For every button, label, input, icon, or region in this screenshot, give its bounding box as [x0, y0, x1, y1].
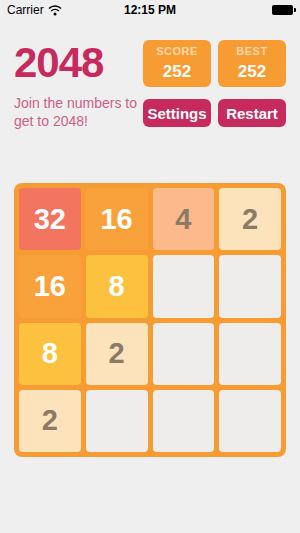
status-bar: 12:15 PM Carrier — [0, 0, 300, 20]
header-right: SCORE 252 BEST 252 Settings Restart — [143, 40, 286, 130]
header-left: 2048 Join the numbers to get to 2048! — [14, 40, 138, 130]
cell-empty — [153, 255, 215, 317]
cell-empty — [86, 390, 148, 452]
best-label: BEST — [236, 45, 267, 57]
tile-2: 2 — [86, 323, 148, 385]
best-box: BEST 252 — [218, 40, 286, 87]
tile-8: 8 — [86, 255, 148, 317]
tile-16: 16 — [86, 188, 148, 250]
tile-2: 2 — [19, 390, 81, 452]
cell-empty — [219, 390, 281, 452]
score-label: SCORE — [156, 45, 198, 57]
tile-2: 2 — [219, 188, 281, 250]
settings-button[interactable]: Settings — [143, 99, 211, 127]
tile-16: 16 — [19, 255, 81, 317]
header: 2048 Join the numbers to get to 2048! SC… — [14, 40, 286, 130]
battery-icon — [272, 5, 293, 15]
page-title: 2048 — [14, 40, 138, 86]
board[interactable]: 321642168822 — [14, 183, 286, 457]
score-box: SCORE 252 — [143, 40, 211, 87]
cell-empty — [153, 323, 215, 385]
cell-empty — [219, 255, 281, 317]
tile-32: 32 — [19, 188, 81, 250]
cell-empty — [219, 323, 281, 385]
best-value: 252 — [238, 62, 266, 82]
clock-label: 12:15 PM — [0, 3, 300, 17]
tile-8: 8 — [19, 323, 81, 385]
restart-button[interactable]: Restart — [218, 99, 286, 127]
cell-empty — [153, 390, 215, 452]
score-value: 252 — [163, 62, 191, 82]
tile-4: 4 — [153, 188, 215, 250]
subtitle: Join the numbers to get to 2048! — [14, 94, 138, 130]
